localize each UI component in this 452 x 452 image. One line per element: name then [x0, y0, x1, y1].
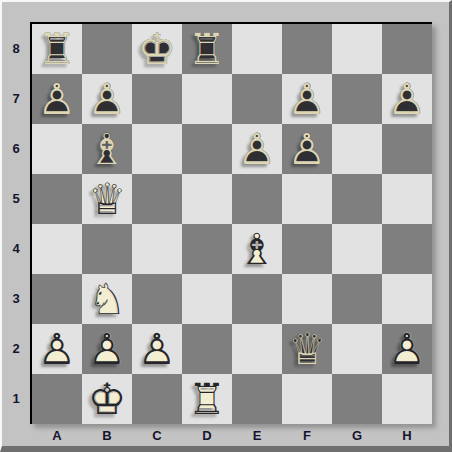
file-labels: ABCDEFGH — [32, 426, 432, 446]
square-e7[interactable] — [232, 74, 282, 124]
piece-white-rook-d1[interactable]: ♜♖ — [182, 374, 232, 424]
square-g2[interactable] — [332, 324, 382, 374]
square-c2[interactable]: ♟♙ — [132, 324, 182, 374]
square-h3[interactable] — [382, 274, 432, 324]
square-b5[interactable]: ♛♕ — [82, 174, 132, 224]
file-label-H: H — [382, 426, 432, 446]
piece-black-pawn-f6[interactable]: ♟♙ — [282, 124, 332, 174]
square-a7[interactable]: ♟♙ — [32, 74, 82, 124]
square-e2[interactable] — [232, 324, 282, 374]
square-f6[interactable]: ♟♙ — [282, 124, 332, 174]
square-h4[interactable] — [382, 224, 432, 274]
piece-black-pawn-a7[interactable]: ♟♙ — [32, 74, 82, 124]
square-h2[interactable]: ♟♙ — [382, 324, 432, 374]
square-h1[interactable] — [382, 374, 432, 424]
pawn-glyph-outline: ♙ — [282, 124, 332, 174]
piece-white-queen-b5[interactable]: ♛♕ — [82, 174, 132, 224]
square-a6[interactable] — [32, 124, 82, 174]
bishop-glyph-outline: ♗ — [232, 224, 282, 274]
pawn-glyph-outline: ♙ — [382, 324, 432, 374]
chess-board: ♜♖♚♔♜♖♟♙♟♙♟♙♟♙♝♗♟♙♟♙♛♕♝♗♞♘♟♙♟♙♟♙♛♕♟♙♚♔♜♖ — [32, 24, 432, 424]
square-b7[interactable]: ♟♙ — [82, 74, 132, 124]
file-label-F: F — [282, 426, 332, 446]
pawn-glyph-outline: ♙ — [132, 324, 182, 374]
pawn-glyph-outline: ♙ — [32, 324, 82, 374]
square-e1[interactable] — [232, 374, 282, 424]
pawn-glyph-outline: ♙ — [232, 124, 282, 174]
pawn-glyph-outline: ♙ — [382, 74, 432, 124]
square-f3[interactable] — [282, 274, 332, 324]
piece-white-king-b1[interactable]: ♚♔ — [82, 374, 132, 424]
square-f5[interactable] — [282, 174, 332, 224]
square-b4[interactable] — [82, 224, 132, 274]
board-wrapper: ♜♖♚♔♜♖♟♙♟♙♟♙♟♙♝♗♟♙♟♙♛♕♝♗♞♘♟♙♟♙♟♙♛♕♟♙♚♔♜♖ — [30, 22, 432, 424]
square-c4[interactable] — [132, 224, 182, 274]
rank-label-2: 2 — [2, 324, 30, 374]
file-label-E: E — [232, 426, 282, 446]
square-d6[interactable] — [182, 124, 232, 174]
piece-white-pawn-h2[interactable]: ♟♙ — [382, 324, 432, 374]
piece-black-bishop-b6[interactable]: ♝♗ — [82, 124, 132, 174]
square-h5[interactable] — [382, 174, 432, 224]
square-a8[interactable]: ♜♖ — [32, 24, 82, 74]
rook-glyph-outline: ♖ — [182, 374, 232, 424]
square-e5[interactable] — [232, 174, 282, 224]
rank-labels: 87654321 — [2, 24, 30, 424]
square-f1[interactable] — [282, 374, 332, 424]
pawn-glyph-outline: ♙ — [282, 74, 332, 124]
square-g3[interactable] — [332, 274, 382, 324]
pawn-glyph-outline: ♙ — [82, 324, 132, 374]
square-d4[interactable] — [182, 224, 232, 274]
square-c1[interactable] — [132, 374, 182, 424]
king-glyph-outline: ♔ — [82, 374, 132, 424]
rank-label-6: 6 — [2, 124, 30, 174]
square-e6[interactable]: ♟♙ — [232, 124, 282, 174]
rank-label-5: 5 — [2, 174, 30, 224]
piece-white-knight-b3[interactable]: ♞♘ — [82, 274, 132, 324]
square-c7[interactable] — [132, 74, 182, 124]
piece-black-rook-a8[interactable]: ♜♖ — [32, 24, 82, 74]
square-d8[interactable]: ♜♖ — [182, 24, 232, 74]
square-c5[interactable] — [132, 174, 182, 224]
square-b8[interactable] — [82, 24, 132, 74]
piece-black-queen-f2[interactable]: ♛♕ — [282, 324, 332, 374]
square-a5[interactable] — [32, 174, 82, 224]
rank-label-1: 1 — [2, 374, 30, 424]
rank-label-4: 4 — [2, 224, 30, 274]
square-d5[interactable] — [182, 174, 232, 224]
square-f2[interactable]: ♛♕ — [282, 324, 332, 374]
square-g5[interactable] — [332, 174, 382, 224]
square-b6[interactable]: ♝♗ — [82, 124, 132, 174]
knight-glyph-outline: ♘ — [82, 274, 132, 324]
rank-label-3: 3 — [2, 274, 30, 324]
file-label-C: C — [132, 426, 182, 446]
piece-black-pawn-h7[interactable]: ♟♙ — [382, 74, 432, 124]
queen-glyph-outline: ♕ — [82, 174, 132, 224]
square-d2[interactable] — [182, 324, 232, 374]
square-e8[interactable] — [232, 24, 282, 74]
square-c6[interactable] — [132, 124, 182, 174]
chessboard-frame: 87654321 ♜♖♚♔♜♖♟♙♟♙♟♙♟♙♝♗♟♙♟♙♛♕♝♗♞♘♟♙♟♙♟… — [0, 0, 452, 452]
square-e4[interactable]: ♝♗ — [232, 224, 282, 274]
piece-white-pawn-c2[interactable]: ♟♙ — [132, 324, 182, 374]
bishop-glyph-outline: ♗ — [82, 124, 132, 174]
piece-black-pawn-e6[interactable]: ♟♙ — [232, 124, 282, 174]
piece-white-pawn-a2[interactable]: ♟♙ — [32, 324, 82, 374]
square-f4[interactable] — [282, 224, 332, 274]
square-g1[interactable] — [332, 374, 382, 424]
piece-black-king-c8[interactable]: ♚♔ — [132, 24, 182, 74]
square-f8[interactable] — [282, 24, 332, 74]
square-a2[interactable]: ♟♙ — [32, 324, 82, 374]
square-c3[interactable] — [132, 274, 182, 324]
square-h8[interactable] — [382, 24, 432, 74]
square-g7[interactable] — [332, 74, 382, 124]
piece-black-rook-d8[interactable]: ♜♖ — [182, 24, 232, 74]
square-f7[interactable]: ♟♙ — [282, 74, 332, 124]
square-b1[interactable]: ♚♔ — [82, 374, 132, 424]
square-a3[interactable] — [32, 274, 82, 324]
square-h7[interactable]: ♟♙ — [382, 74, 432, 124]
pawn-glyph-outline: ♙ — [32, 74, 82, 124]
rook-glyph-outline: ♖ — [32, 24, 82, 74]
square-h6[interactable] — [382, 124, 432, 174]
square-d7[interactable] — [182, 74, 232, 124]
square-c8[interactable]: ♚♔ — [132, 24, 182, 74]
square-d3[interactable] — [182, 274, 232, 324]
square-b2[interactable]: ♟♙ — [82, 324, 132, 374]
pawn-glyph-outline: ♙ — [82, 74, 132, 124]
rank-label-7: 7 — [2, 74, 30, 124]
square-g4[interactable] — [332, 224, 382, 274]
square-d1[interactable]: ♜♖ — [182, 374, 232, 424]
square-e3[interactable] — [232, 274, 282, 324]
piece-white-pawn-b2[interactable]: ♟♙ — [82, 324, 132, 374]
square-a1[interactable] — [32, 374, 82, 424]
square-g8[interactable] — [332, 24, 382, 74]
file-label-D: D — [182, 426, 232, 446]
square-g6[interactable] — [332, 124, 382, 174]
file-label-B: B — [82, 426, 132, 446]
piece-black-pawn-f7[interactable]: ♟♙ — [282, 74, 332, 124]
file-label-G: G — [332, 426, 382, 446]
piece-white-bishop-e4[interactable]: ♝♗ — [232, 224, 282, 274]
piece-black-pawn-b7[interactable]: ♟♙ — [82, 74, 132, 124]
rook-glyph-outline: ♖ — [182, 24, 232, 74]
square-a4[interactable] — [32, 224, 82, 274]
file-label-A: A — [32, 426, 82, 446]
square-b3[interactable]: ♞♘ — [82, 274, 132, 324]
rank-label-8: 8 — [2, 24, 30, 74]
queen-glyph-outline: ♕ — [282, 324, 332, 374]
king-glyph-outline: ♔ — [132, 24, 182, 74]
